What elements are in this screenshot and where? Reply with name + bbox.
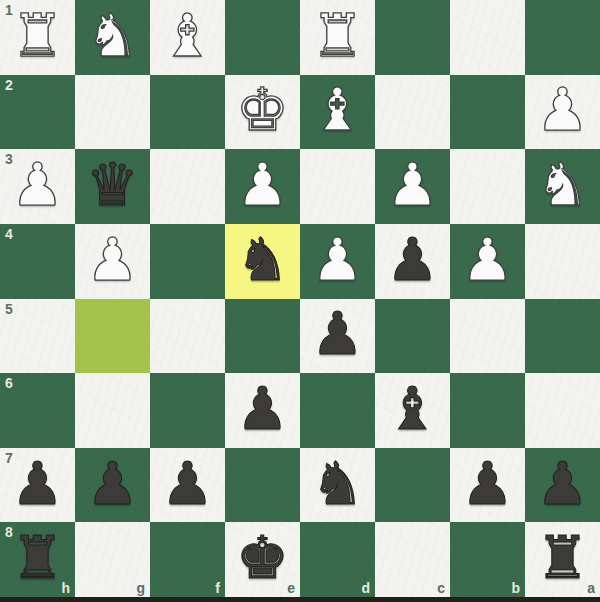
square-d3[interactable] — [300, 149, 375, 224]
square-a4[interactable] — [525, 224, 600, 299]
black-knight-e4[interactable]: ♞ — [236, 230, 289, 289]
square-h1[interactable]: 1♜ — [0, 0, 75, 75]
white-pawn-h3[interactable]: ♟ — [11, 155, 64, 214]
square-g2[interactable] — [75, 75, 150, 150]
square-e1[interactable] — [225, 0, 300, 75]
square-a2[interactable]: ♟ — [525, 75, 600, 150]
square-h7[interactable]: 7♟ — [0, 448, 75, 523]
white-pawn-b4[interactable]: ♟ — [461, 230, 514, 289]
black-bishop-c6[interactable]: ♝ — [386, 379, 439, 438]
square-g5[interactable] — [75, 299, 150, 374]
square-f5[interactable] — [150, 299, 225, 374]
chess-board: 1♜♞♝♜2♚♝♟3♟♛♟♟♞4♟♞♟♟♟5♟6♟♝7♟♟♟♞♟♟8h♜gfe♚… — [0, 0, 600, 597]
chess-app-window: 1♜♞♝♜2♚♝♟3♟♛♟♟♞4♟♞♟♟♟5♟6♟♝7♟♟♟♞♟♟8h♜gfe♚… — [0, 0, 600, 602]
square-h6[interactable]: 6 — [0, 373, 75, 448]
rank-label-5: 5 — [5, 302, 13, 316]
square-g3[interactable]: ♛ — [75, 149, 150, 224]
square-a6[interactable] — [525, 373, 600, 448]
square-e6[interactable]: ♟ — [225, 373, 300, 448]
square-c3[interactable]: ♟ — [375, 149, 450, 224]
square-b6[interactable] — [450, 373, 525, 448]
square-h8[interactable]: 8h♜ — [0, 522, 75, 597]
black-rook-h8[interactable]: ♜ — [11, 528, 64, 587]
square-f7[interactable]: ♟ — [150, 448, 225, 523]
square-f2[interactable] — [150, 75, 225, 150]
black-pawn-a7[interactable]: ♟ — [536, 454, 589, 513]
square-c8[interactable]: c — [375, 522, 450, 597]
square-h3[interactable]: 3♟ — [0, 149, 75, 224]
white-knight-g1[interactable]: ♞ — [86, 6, 139, 65]
square-d8[interactable]: d — [300, 522, 375, 597]
square-h4[interactable]: 4 — [0, 224, 75, 299]
black-pawn-d5[interactable]: ♟ — [311, 304, 364, 363]
file-label-g: g — [136, 581, 145, 595]
file-label-c: c — [437, 581, 445, 595]
rank-label-2: 2 — [5, 78, 13, 92]
black-pawn-e6[interactable]: ♟ — [236, 379, 289, 438]
rank-label-6: 6 — [5, 376, 13, 390]
square-d6[interactable] — [300, 373, 375, 448]
white-bishop-f1[interactable]: ♝ — [161, 6, 214, 65]
square-d1[interactable]: ♜ — [300, 0, 375, 75]
square-c2[interactable] — [375, 75, 450, 150]
file-label-f: f — [215, 581, 220, 595]
white-pawn-a2[interactable]: ♟ — [536, 80, 589, 139]
file-label-d: d — [361, 581, 370, 595]
white-rook-d1[interactable]: ♜ — [311, 6, 364, 65]
square-f8[interactable]: f — [150, 522, 225, 597]
square-a5[interactable] — [525, 299, 600, 374]
black-pawn-h7[interactable]: ♟ — [11, 454, 64, 513]
bottom-bar — [0, 597, 600, 602]
square-e3[interactable]: ♟ — [225, 149, 300, 224]
square-g8[interactable]: g — [75, 522, 150, 597]
square-b3[interactable] — [450, 149, 525, 224]
square-e2[interactable]: ♚ — [225, 75, 300, 150]
square-h5[interactable]: 5 — [0, 299, 75, 374]
square-d5[interactable]: ♟ — [300, 299, 375, 374]
square-c1[interactable] — [375, 0, 450, 75]
white-pawn-e3[interactable]: ♟ — [236, 155, 289, 214]
square-e4[interactable]: ♞ — [225, 224, 300, 299]
square-e7[interactable] — [225, 448, 300, 523]
black-knight-d7[interactable]: ♞ — [311, 454, 364, 513]
square-a8[interactable]: a♜ — [525, 522, 600, 597]
white-knight-a3[interactable]: ♞ — [536, 155, 589, 214]
square-b2[interactable] — [450, 75, 525, 150]
square-a3[interactable]: ♞ — [525, 149, 600, 224]
square-c6[interactable]: ♝ — [375, 373, 450, 448]
square-e5[interactable] — [225, 299, 300, 374]
white-pawn-g4[interactable]: ♟ — [86, 230, 139, 289]
black-queen-g3[interactable]: ♛ — [86, 155, 139, 214]
square-f6[interactable] — [150, 373, 225, 448]
square-f3[interactable] — [150, 149, 225, 224]
square-h2[interactable]: 2 — [0, 75, 75, 150]
black-king-e8[interactable]: ♚ — [236, 528, 289, 587]
square-b4[interactable]: ♟ — [450, 224, 525, 299]
rank-label-4: 4 — [5, 227, 13, 241]
black-pawn-b7[interactable]: ♟ — [461, 454, 514, 513]
square-d2[interactable]: ♝ — [300, 75, 375, 150]
square-b5[interactable] — [450, 299, 525, 374]
black-pawn-g7[interactable]: ♟ — [86, 454, 139, 513]
square-a7[interactable]: ♟ — [525, 448, 600, 523]
square-d4[interactable]: ♟ — [300, 224, 375, 299]
square-f4[interactable] — [150, 224, 225, 299]
square-b8[interactable]: b — [450, 522, 525, 597]
white-pawn-c3[interactable]: ♟ — [386, 155, 439, 214]
square-g1[interactable]: ♞ — [75, 0, 150, 75]
white-king-e2[interactable]: ♚ — [236, 80, 289, 139]
square-a1[interactable] — [525, 0, 600, 75]
square-g7[interactable]: ♟ — [75, 448, 150, 523]
square-c4[interactable]: ♟ — [375, 224, 450, 299]
black-pawn-c4[interactable]: ♟ — [386, 230, 439, 289]
square-g4[interactable]: ♟ — [75, 224, 150, 299]
white-bishop-d2[interactable]: ♝ — [311, 80, 364, 139]
square-g6[interactable] — [75, 373, 150, 448]
square-f1[interactable]: ♝ — [150, 0, 225, 75]
file-label-b: b — [511, 581, 520, 595]
white-pawn-d4[interactable]: ♟ — [311, 230, 364, 289]
square-b7[interactable]: ♟ — [450, 448, 525, 523]
white-rook-h1[interactable]: ♜ — [11, 6, 64, 65]
black-rook-a8[interactable]: ♜ — [536, 528, 589, 587]
black-pawn-f7[interactable]: ♟ — [161, 454, 214, 513]
square-c5[interactable] — [375, 299, 450, 374]
square-b1[interactable] — [450, 0, 525, 75]
square-e8[interactable]: e♚ — [225, 522, 300, 597]
square-c7[interactable] — [375, 448, 450, 523]
square-d7[interactable]: ♞ — [300, 448, 375, 523]
